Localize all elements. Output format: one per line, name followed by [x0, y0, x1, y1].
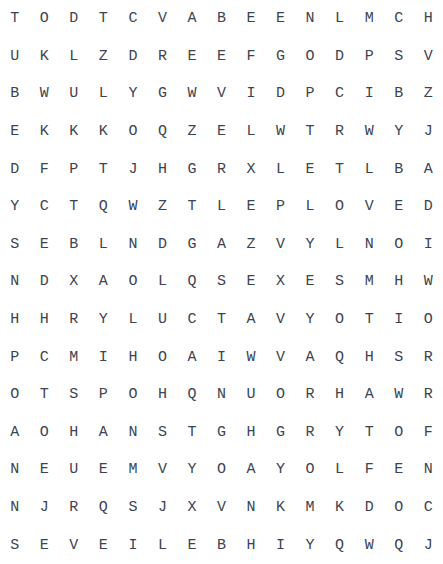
grid-cell-r11c10[interactable]: O: [266, 376, 296, 414]
grid-cell-r11c1[interactable]: O: [0, 376, 30, 414]
grid-cell-r15c14[interactable]: Q: [384, 526, 414, 564]
grid-cell-r14c1[interactable]: N: [0, 489, 30, 527]
grid-cell-r14c15[interactable]: C: [413, 489, 443, 527]
grid-cell-r11c5[interactable]: O: [118, 376, 148, 414]
grid-cell-r15c1[interactable]: S: [0, 526, 30, 564]
grid-cell-r9c10[interactable]: V: [266, 301, 296, 339]
grid-cell-r2c6[interactable]: R: [148, 38, 178, 76]
grid-cell-r3c5[interactable]: Y: [118, 75, 148, 113]
grid-cell-r13c10[interactable]: Y: [266, 451, 296, 489]
grid-cell-r2c2[interactable]: K: [30, 38, 60, 76]
grid-cell-r8c10[interactable]: X: [266, 263, 296, 301]
grid-cell-r11c11[interactable]: R: [295, 376, 325, 414]
grid-cell-r12c1[interactable]: A: [0, 414, 30, 452]
grid-cell-r9c8[interactable]: T: [207, 301, 237, 339]
grid-cell-r11c13[interactable]: A: [354, 376, 384, 414]
grid-cell-r13c7[interactable]: Y: [177, 451, 207, 489]
grid-cell-r9c14[interactable]: I: [384, 301, 414, 339]
grid-cell-r4c5[interactable]: O: [118, 113, 148, 151]
grid-cell-r13c9[interactable]: A: [236, 451, 266, 489]
grid-cell-r3c1[interactable]: B: [0, 75, 30, 113]
grid-cell-r6c15[interactable]: D: [413, 188, 443, 226]
grid-cell-r9c13[interactable]: T: [354, 301, 384, 339]
grid-cell-r7c12[interactable]: L: [325, 226, 355, 264]
grid-cell-r14c14[interactable]: O: [384, 489, 414, 527]
grid-cell-r14c3[interactable]: R: [59, 489, 89, 527]
grid-cell-r15c10[interactable]: I: [266, 526, 296, 564]
grid-cell-r12c3[interactable]: H: [59, 414, 89, 452]
grid-cell-r15c11[interactable]: Y: [295, 526, 325, 564]
grid-cell-r1c6[interactable]: V: [148, 0, 178, 38]
grid-cell-r3c10[interactable]: D: [266, 75, 296, 113]
grid-cell-r2c13[interactable]: P: [354, 38, 384, 76]
grid-cell-r10c6[interactable]: O: [148, 338, 178, 376]
grid-cell-r7c13[interactable]: N: [354, 226, 384, 264]
grid-cell-r4c4[interactable]: K: [89, 113, 119, 151]
grid-cell-r8c5[interactable]: O: [118, 263, 148, 301]
grid-cell-r1c8[interactable]: B: [207, 0, 237, 38]
grid-cell-r4c12[interactable]: R: [325, 113, 355, 151]
grid-cell-r8c7[interactable]: Q: [177, 263, 207, 301]
grid-cell-r12c14[interactable]: O: [384, 414, 414, 452]
grid-cell-r5c11[interactable]: E: [295, 150, 325, 188]
grid-cell-r11c2[interactable]: T: [30, 376, 60, 414]
grid-cell-r4c10[interactable]: W: [266, 113, 296, 151]
grid-cell-r6c9[interactable]: E: [236, 188, 266, 226]
grid-cell-r3c2[interactable]: W: [30, 75, 60, 113]
grid-cell-r15c8[interactable]: B: [207, 526, 237, 564]
grid-cell-r14c10[interactable]: K: [266, 489, 296, 527]
grid-cell-r2c5[interactable]: D: [118, 38, 148, 76]
grid-cell-r5c10[interactable]: L: [266, 150, 296, 188]
grid-cell-r10c9[interactable]: W: [236, 338, 266, 376]
grid-cell-r10c12[interactable]: Q: [325, 338, 355, 376]
grid-cell-r9c5[interactable]: L: [118, 301, 148, 339]
grid-cell-r1c12[interactable]: L: [325, 0, 355, 38]
grid-cell-r10c2[interactable]: C: [30, 338, 60, 376]
grid-cell-r12c12[interactable]: Y: [325, 414, 355, 452]
grid-cell-r10c8[interactable]: I: [207, 338, 237, 376]
grid-cell-r4c6[interactable]: Q: [148, 113, 178, 151]
grid-cell-r1c1[interactable]: T: [0, 0, 30, 38]
grid-cell-r11c14[interactable]: W: [384, 376, 414, 414]
grid-cell-r15c7[interactable]: E: [177, 526, 207, 564]
grid-cell-r1c14[interactable]: C: [384, 0, 414, 38]
grid-cell-r13c12[interactable]: L: [325, 451, 355, 489]
grid-cell-r10c15[interactable]: R: [413, 338, 443, 376]
grid-cell-r3c7[interactable]: W: [177, 75, 207, 113]
word-search-page: TODTCVABEENLMCHUKLZDREEFGODPSVBWULYGWVID…: [0, 0, 443, 564]
grid-cell-r8c6[interactable]: L: [148, 263, 178, 301]
grid-cell-r8c2[interactable]: D: [30, 263, 60, 301]
grid-cell-r2c9[interactable]: F: [236, 38, 266, 76]
grid-cell-r13c15[interactable]: N: [413, 451, 443, 489]
grid-cell-r15c4[interactable]: E: [89, 526, 119, 564]
grid-cell-r5c12[interactable]: T: [325, 150, 355, 188]
grid-cell-r2c10[interactable]: G: [266, 38, 296, 76]
grid-cell-r12c15[interactable]: F: [413, 414, 443, 452]
grid-cell-r7c6[interactable]: D: [148, 226, 178, 264]
grid-cell-r6c11[interactable]: L: [295, 188, 325, 226]
grid-cell-r2c15[interactable]: V: [413, 38, 443, 76]
grid-cell-r5c1[interactable]: D: [0, 150, 30, 188]
grid-cell-r9c15[interactable]: O: [413, 301, 443, 339]
grid-cell-r13c14[interactable]: E: [384, 451, 414, 489]
grid-cell-r11c3[interactable]: S: [59, 376, 89, 414]
grid-cell-r12c9[interactable]: H: [236, 414, 266, 452]
grid-cell-r4c13[interactable]: W: [354, 113, 384, 151]
grid-cell-r14c2[interactable]: J: [30, 489, 60, 527]
grid-cell-r13c2[interactable]: E: [30, 451, 60, 489]
grid-cell-r6c4[interactable]: Q: [89, 188, 119, 226]
grid-cell-r13c5[interactable]: M: [118, 451, 148, 489]
grid-cell-r10c1[interactable]: P: [0, 338, 30, 376]
grid-cell-r11c9[interactable]: U: [236, 376, 266, 414]
grid-cell-r8c1[interactable]: N: [0, 263, 30, 301]
grid-cell-r14c8[interactable]: V: [207, 489, 237, 527]
grid-cell-r6c5[interactable]: W: [118, 188, 148, 226]
grid-cell-r13c13[interactable]: F: [354, 451, 384, 489]
grid-cell-r14c5[interactable]: S: [118, 489, 148, 527]
grid-cell-r3c9[interactable]: I: [236, 75, 266, 113]
grid-cell-r9c12[interactable]: O: [325, 301, 355, 339]
grid-cell-r13c1[interactable]: N: [0, 451, 30, 489]
grid-cell-r11c12[interactable]: H: [325, 376, 355, 414]
grid-cell-r10c5[interactable]: H: [118, 338, 148, 376]
grid-cell-r1c11[interactable]: N: [295, 0, 325, 38]
grid-cell-r7c2[interactable]: E: [30, 226, 60, 264]
grid-cell-r8c4[interactable]: A: [89, 263, 119, 301]
grid-cell-r4c9[interactable]: L: [236, 113, 266, 151]
grid-cell-r1c13[interactable]: M: [354, 0, 384, 38]
grid-cell-r15c2[interactable]: E: [30, 526, 60, 564]
grid-cell-r13c6[interactable]: V: [148, 451, 178, 489]
grid-cell-r5c6[interactable]: H: [148, 150, 178, 188]
grid-cell-r7c1[interactable]: S: [0, 226, 30, 264]
grid-cell-r8c8[interactable]: S: [207, 263, 237, 301]
grid-cell-r7c11[interactable]: Y: [295, 226, 325, 264]
grid-cell-r5c2[interactable]: F: [30, 150, 60, 188]
grid-cell-r6c3[interactable]: T: [59, 188, 89, 226]
grid-cell-r12c5[interactable]: N: [118, 414, 148, 452]
grid-cell-r3c3[interactable]: U: [59, 75, 89, 113]
grid-cell-r2c3[interactable]: L: [59, 38, 89, 76]
grid-cell-r6c12[interactable]: O: [325, 188, 355, 226]
grid-cell-r15c13[interactable]: W: [354, 526, 384, 564]
grid-cell-r4c14[interactable]: Y: [384, 113, 414, 151]
grid-cell-r14c4[interactable]: Q: [89, 489, 119, 527]
grid-cell-r1c3[interactable]: D: [59, 0, 89, 38]
grid-cell-r11c15[interactable]: R: [413, 376, 443, 414]
grid-cell-r12c2[interactable]: O: [30, 414, 60, 452]
grid-cell-r8c14[interactable]: H: [384, 263, 414, 301]
grid-cell-r7c10[interactable]: V: [266, 226, 296, 264]
grid-cell-r5c9[interactable]: X: [236, 150, 266, 188]
grid-cell-r7c8[interactable]: A: [207, 226, 237, 264]
grid-cell-r12c13[interactable]: T: [354, 414, 384, 452]
grid-cell-r5c14[interactable]: B: [384, 150, 414, 188]
grid-cell-r6c10[interactable]: P: [266, 188, 296, 226]
grid-cell-r3c14[interactable]: B: [384, 75, 414, 113]
grid-cell-r2c1[interactable]: U: [0, 38, 30, 76]
grid-cell-r12c8[interactable]: G: [207, 414, 237, 452]
grid-cell-r8c15[interactable]: W: [413, 263, 443, 301]
grid-cell-r1c5[interactable]: C: [118, 0, 148, 38]
grid-cell-r6c7[interactable]: T: [177, 188, 207, 226]
grid-cell-r9c1[interactable]: H: [0, 301, 30, 339]
grid-cell-r5c8[interactable]: R: [207, 150, 237, 188]
grid-cell-r14c13[interactable]: D: [354, 489, 384, 527]
grid-cell-r5c13[interactable]: L: [354, 150, 384, 188]
grid-cell-r1c15[interactable]: H: [413, 0, 443, 38]
grid-cell-r14c12[interactable]: K: [325, 489, 355, 527]
grid-cell-r14c9[interactable]: N: [236, 489, 266, 527]
grid-cell-r13c11[interactable]: O: [295, 451, 325, 489]
grid-cell-r1c7[interactable]: A: [177, 0, 207, 38]
grid-cell-r7c7[interactable]: G: [177, 226, 207, 264]
grid-cell-r12c10[interactable]: G: [266, 414, 296, 452]
word-search-grid: TODTCVABEENLMCHUKLZDREEFGODPSVBWULYGWVID…: [0, 0, 443, 564]
grid-cell-r11c7[interactable]: Q: [177, 376, 207, 414]
grid-cell-r2c11[interactable]: O: [295, 38, 325, 76]
grid-cell-r9c7[interactable]: C: [177, 301, 207, 339]
grid-cell-r9c3[interactable]: R: [59, 301, 89, 339]
grid-cell-r4c15[interactable]: J: [413, 113, 443, 151]
grid-cell-r14c11[interactable]: M: [295, 489, 325, 527]
grid-cell-r4c1[interactable]: E: [0, 113, 30, 151]
grid-cell-r6c13[interactable]: V: [354, 188, 384, 226]
grid-cell-r10c4[interactable]: I: [89, 338, 119, 376]
grid-cell-r1c2[interactable]: O: [30, 0, 60, 38]
grid-cell-r2c14[interactable]: S: [384, 38, 414, 76]
grid-cell-r9c11[interactable]: Y: [295, 301, 325, 339]
grid-cell-r14c6[interactable]: J: [148, 489, 178, 527]
grid-cell-r5c3[interactable]: P: [59, 150, 89, 188]
grid-cell-r10c3[interactable]: M: [59, 338, 89, 376]
grid-cell-r3c4[interactable]: L: [89, 75, 119, 113]
grid-cell-r15c6[interactable]: L: [148, 526, 178, 564]
grid-cell-r12c6[interactable]: S: [148, 414, 178, 452]
grid-cell-r15c15[interactable]: J: [413, 526, 443, 564]
grid-cell-r7c5[interactable]: N: [118, 226, 148, 264]
grid-cell-r8c12[interactable]: S: [325, 263, 355, 301]
grid-cell-r6c2[interactable]: C: [30, 188, 60, 226]
grid-cell-r10c10[interactable]: V: [266, 338, 296, 376]
grid-cell-r3c8[interactable]: V: [207, 75, 237, 113]
grid-cell-r4c3[interactable]: K: [59, 113, 89, 151]
grid-cell-r9c9[interactable]: A: [236, 301, 266, 339]
grid-cell-r5c7[interactable]: G: [177, 150, 207, 188]
grid-cell-r3c13[interactable]: I: [354, 75, 384, 113]
grid-cell-r6c14[interactable]: E: [384, 188, 414, 226]
grid-cell-r4c7[interactable]: Z: [177, 113, 207, 151]
grid-cell-r7c14[interactable]: O: [384, 226, 414, 264]
grid-cell-r10c13[interactable]: H: [354, 338, 384, 376]
grid-cell-r3c11[interactable]: P: [295, 75, 325, 113]
grid-cell-r8c11[interactable]: E: [295, 263, 325, 301]
grid-cell-r12c11[interactable]: R: [295, 414, 325, 452]
grid-cell-r12c4[interactable]: A: [89, 414, 119, 452]
grid-cell-r8c3[interactable]: X: [59, 263, 89, 301]
grid-cell-r11c4[interactable]: P: [89, 376, 119, 414]
grid-cell-r5c4[interactable]: T: [89, 150, 119, 188]
grid-cell-r13c3[interactable]: U: [59, 451, 89, 489]
grid-cell-r6c6[interactable]: Z: [148, 188, 178, 226]
grid-cell-r11c6[interactable]: H: [148, 376, 178, 414]
grid-cell-r4c11[interactable]: T: [295, 113, 325, 151]
grid-cell-r11c8[interactable]: N: [207, 376, 237, 414]
grid-cell-r6c1[interactable]: Y: [0, 188, 30, 226]
grid-cell-r6c8[interactable]: L: [207, 188, 237, 226]
grid-cell-r10c14[interactable]: S: [384, 338, 414, 376]
grid-cell-r2c4[interactable]: Z: [89, 38, 119, 76]
grid-cell-r14c7[interactable]: X: [177, 489, 207, 527]
grid-cell-r8c9[interactable]: E: [236, 263, 266, 301]
grid-cell-r1c4[interactable]: T: [89, 0, 119, 38]
grid-cell-r3c6[interactable]: G: [148, 75, 178, 113]
grid-cell-r7c15[interactable]: I: [413, 226, 443, 264]
grid-cell-r9c6[interactable]: U: [148, 301, 178, 339]
grid-cell-r5c5[interactable]: J: [118, 150, 148, 188]
grid-cell-r9c2[interactable]: H: [30, 301, 60, 339]
grid-cell-r2c7[interactable]: E: [177, 38, 207, 76]
grid-cell-r7c9[interactable]: Z: [236, 226, 266, 264]
grid-cell-r3c12[interactable]: C: [325, 75, 355, 113]
grid-cell-r10c11[interactable]: A: [295, 338, 325, 376]
grid-cell-r7c3[interactable]: B: [59, 226, 89, 264]
grid-cell-r13c4[interactable]: E: [89, 451, 119, 489]
grid-cell-r15c5[interactable]: I: [118, 526, 148, 564]
grid-cell-r10c7[interactable]: A: [177, 338, 207, 376]
grid-cell-r1c10[interactable]: E: [266, 0, 296, 38]
grid-cell-r1c9[interactable]: E: [236, 0, 266, 38]
grid-cell-r8c13[interactable]: M: [354, 263, 384, 301]
grid-cell-r15c3[interactable]: V: [59, 526, 89, 564]
grid-cell-r15c12[interactable]: Q: [325, 526, 355, 564]
grid-cell-r4c2[interactable]: K: [30, 113, 60, 151]
grid-cell-r7c4[interactable]: L: [89, 226, 119, 264]
grid-cell-r2c12[interactable]: D: [325, 38, 355, 76]
grid-cell-r3c15[interactable]: Z: [413, 75, 443, 113]
grid-cell-r13c8[interactable]: O: [207, 451, 237, 489]
grid-cell-r12c7[interactable]: T: [177, 414, 207, 452]
grid-cell-r9c4[interactable]: Y: [89, 301, 119, 339]
grid-cell-r2c8[interactable]: E: [207, 38, 237, 76]
grid-cell-r4c8[interactable]: E: [207, 113, 237, 151]
grid-cell-r5c15[interactable]: A: [413, 150, 443, 188]
grid-cell-r15c9[interactable]: H: [236, 526, 266, 564]
